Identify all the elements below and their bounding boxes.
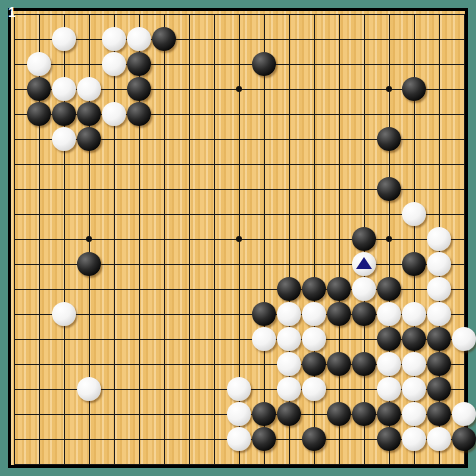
white-stone bbox=[402, 352, 426, 376]
white-stone bbox=[452, 327, 476, 351]
black-stone bbox=[277, 277, 301, 301]
white-stone bbox=[427, 302, 451, 326]
black-stone bbox=[327, 402, 351, 426]
white-stone bbox=[227, 427, 251, 451]
black-stone bbox=[302, 427, 326, 451]
white-stone bbox=[252, 327, 276, 351]
black-stone bbox=[252, 52, 276, 76]
black-stone bbox=[52, 102, 76, 126]
black-stone bbox=[327, 302, 351, 326]
white-stone bbox=[102, 102, 126, 126]
white-stone bbox=[402, 202, 426, 226]
black-stone bbox=[427, 352, 451, 376]
black-stone bbox=[252, 402, 276, 426]
white-stone bbox=[427, 277, 451, 301]
black-stone bbox=[302, 277, 326, 301]
white-stone bbox=[277, 302, 301, 326]
black-stone bbox=[27, 102, 51, 126]
black-stone bbox=[152, 27, 176, 51]
black-stone bbox=[452, 427, 476, 451]
star-point bbox=[236, 236, 242, 242]
go-board-app: 1 bbox=[0, 0, 476, 476]
white-stone bbox=[127, 27, 151, 51]
black-stone bbox=[427, 402, 451, 426]
black-stone bbox=[427, 377, 451, 401]
black-stone bbox=[402, 252, 426, 276]
white-stone bbox=[377, 302, 401, 326]
white-stone bbox=[377, 377, 401, 401]
white-stone bbox=[427, 427, 451, 451]
black-stone bbox=[252, 302, 276, 326]
black-stone bbox=[77, 252, 101, 276]
black-stone bbox=[377, 277, 401, 301]
white-stone bbox=[377, 352, 401, 376]
grid-line-vertical bbox=[264, 14, 265, 465]
black-stone bbox=[352, 302, 376, 326]
white-stone bbox=[102, 52, 126, 76]
black-stone bbox=[127, 77, 151, 101]
white-stone bbox=[427, 252, 451, 276]
black-stone bbox=[127, 102, 151, 126]
star-point bbox=[386, 86, 392, 92]
black-stone bbox=[277, 402, 301, 426]
white-stone bbox=[302, 327, 326, 351]
star-point bbox=[386, 236, 392, 242]
white-stone bbox=[302, 302, 326, 326]
move-number-label: 1 bbox=[0, 0, 24, 24]
white-stone bbox=[402, 377, 426, 401]
white-stone bbox=[277, 377, 301, 401]
white-stone bbox=[27, 52, 51, 76]
grid-line-vertical bbox=[339, 14, 340, 465]
black-stone bbox=[327, 352, 351, 376]
black-stone bbox=[327, 277, 351, 301]
black-stone bbox=[402, 77, 426, 101]
black-stone bbox=[352, 352, 376, 376]
grid-line-vertical bbox=[464, 14, 465, 465]
white-stone bbox=[77, 77, 101, 101]
black-stone bbox=[352, 227, 376, 251]
white-stone bbox=[452, 402, 476, 426]
black-stone bbox=[127, 52, 151, 76]
white-stone bbox=[102, 27, 126, 51]
white-stone bbox=[352, 277, 376, 301]
white-stone bbox=[302, 377, 326, 401]
black-stone bbox=[27, 77, 51, 101]
black-stone bbox=[377, 177, 401, 201]
grid-line-horizontal bbox=[14, 464, 465, 465]
white-stone bbox=[52, 27, 76, 51]
black-stone bbox=[302, 352, 326, 376]
black-stone bbox=[377, 402, 401, 426]
white-stone bbox=[227, 377, 251, 401]
black-stone bbox=[352, 402, 376, 426]
black-stone bbox=[252, 427, 276, 451]
white-stone bbox=[402, 402, 426, 426]
star-point bbox=[86, 236, 92, 242]
black-stone bbox=[77, 127, 101, 151]
white-stone bbox=[52, 127, 76, 151]
white-stone bbox=[402, 302, 426, 326]
white-stone bbox=[77, 377, 101, 401]
black-stone bbox=[402, 327, 426, 351]
black-stone bbox=[427, 327, 451, 351]
star-point bbox=[236, 86, 242, 92]
white-stone bbox=[427, 227, 451, 251]
black-stone bbox=[377, 427, 401, 451]
triangle-marker bbox=[356, 257, 372, 269]
white-stone bbox=[227, 402, 251, 426]
black-stone bbox=[377, 327, 401, 351]
black-stone bbox=[377, 127, 401, 151]
white-stone bbox=[402, 427, 426, 451]
white-stone bbox=[277, 352, 301, 376]
white-stone bbox=[52, 302, 76, 326]
black-stone bbox=[77, 102, 101, 126]
white-stone bbox=[52, 77, 76, 101]
white-stone bbox=[277, 327, 301, 351]
